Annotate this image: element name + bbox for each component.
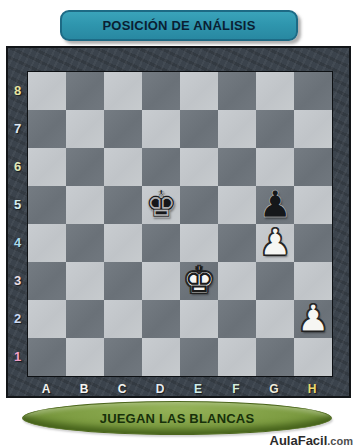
square-b6[interactable] (66, 148, 104, 186)
square-f6[interactable] (218, 148, 256, 186)
rank-label-2: 2 (9, 299, 26, 337)
square-d3[interactable] (142, 262, 180, 300)
rank-label-7: 7 (9, 109, 26, 147)
square-a8[interactable] (28, 72, 66, 110)
square-b7[interactable] (66, 110, 104, 148)
square-c1[interactable] (104, 338, 142, 376)
file-label-C: C (103, 379, 141, 398)
piece-white-pawn-g4[interactable]: ♟ (258, 224, 291, 262)
square-h3[interactable] (294, 262, 332, 300)
square-g4[interactable]: ♟ (256, 224, 294, 262)
analysis-banner: POSICIÓN DE ANÁLISIS (60, 10, 298, 41)
square-e5[interactable] (180, 186, 218, 224)
square-d2[interactable] (142, 300, 180, 338)
file-label-A: A (27, 379, 65, 398)
square-b5[interactable] (66, 186, 104, 224)
square-a5[interactable] (28, 186, 66, 224)
square-b1[interactable] (66, 338, 104, 376)
file-label-H: H (293, 379, 331, 398)
square-e7[interactable] (180, 110, 218, 148)
square-b4[interactable] (66, 224, 104, 262)
square-e1[interactable] (180, 338, 218, 376)
square-e8[interactable] (180, 72, 218, 110)
square-d4[interactable] (142, 224, 180, 262)
rank-label-8: 8 (9, 71, 26, 109)
watermark-main: AulaFacil (270, 433, 328, 447)
square-c2[interactable] (104, 300, 142, 338)
square-c4[interactable] (104, 224, 142, 262)
square-g5[interactable]: ♟ (256, 186, 294, 224)
square-g3[interactable] (256, 262, 294, 300)
square-e2[interactable] (180, 300, 218, 338)
piece-black-king-d5[interactable]: ♚ (144, 186, 177, 224)
square-a2[interactable] (28, 300, 66, 338)
square-a4[interactable] (28, 224, 66, 262)
square-f5[interactable] (218, 186, 256, 224)
square-f7[interactable] (218, 110, 256, 148)
square-d8[interactable] (142, 72, 180, 110)
piece-white-king-e3[interactable]: ♚ (182, 262, 215, 300)
square-d1[interactable] (142, 338, 180, 376)
square-d7[interactable] (142, 110, 180, 148)
rank-label-3: 3 (9, 261, 26, 299)
page: POSICIÓN DE ANÁLISIS ♚♟♟♚♟ 87654321 ABCD… (0, 0, 357, 447)
square-a1[interactable] (28, 338, 66, 376)
square-b3[interactable] (66, 262, 104, 300)
square-b8[interactable] (66, 72, 104, 110)
board-squares: ♚♟♟♚♟ (27, 71, 333, 377)
square-f8[interactable] (218, 72, 256, 110)
square-e3[interactable]: ♚ (180, 262, 218, 300)
rank-label-6: 6 (9, 147, 26, 185)
rank-label-1: 1 (9, 337, 26, 375)
square-e6[interactable] (180, 148, 218, 186)
square-g1[interactable] (256, 338, 294, 376)
square-e4[interactable] (180, 224, 218, 262)
rank-label-4: 4 (9, 223, 26, 261)
file-label-D: D (141, 379, 179, 398)
square-c7[interactable] (104, 110, 142, 148)
square-f3[interactable] (218, 262, 256, 300)
analysis-banner-label: POSICIÓN DE ANÁLISIS (102, 18, 255, 33)
square-d5[interactable]: ♚ (142, 186, 180, 224)
square-g6[interactable] (256, 148, 294, 186)
square-g8[interactable] (256, 72, 294, 110)
square-c6[interactable] (104, 148, 142, 186)
square-c5[interactable] (104, 186, 142, 224)
square-a3[interactable] (28, 262, 66, 300)
aulafacil-watermark: AulaFacil.com (270, 431, 353, 447)
square-h8[interactable] (294, 72, 332, 110)
file-label-B: B (65, 379, 103, 398)
file-label-G: G (255, 379, 293, 398)
square-h1[interactable] (294, 338, 332, 376)
square-f4[interactable] (218, 224, 256, 262)
square-h5[interactable] (294, 186, 332, 224)
turn-banner-label: JUEGAN LAS BLANCAS (100, 411, 255, 426)
square-c8[interactable] (104, 72, 142, 110)
square-d6[interactable] (142, 148, 180, 186)
square-f1[interactable] (218, 338, 256, 376)
square-g7[interactable] (256, 110, 294, 148)
square-c3[interactable] (104, 262, 142, 300)
square-a6[interactable] (28, 148, 66, 186)
file-label-E: E (179, 379, 217, 398)
square-g2[interactable] (256, 300, 294, 338)
square-h2[interactable]: ♟ (294, 300, 332, 338)
square-h4[interactable] (294, 224, 332, 262)
square-a7[interactable] (28, 110, 66, 148)
square-b2[interactable] (66, 300, 104, 338)
piece-black-pawn-g5[interactable]: ♟ (258, 186, 291, 224)
square-h6[interactable] (294, 148, 332, 186)
watermark-suffix: .com (327, 435, 353, 447)
square-h7[interactable] (294, 110, 332, 148)
turn-banner: JUEGAN LAS BLANCAS (22, 401, 332, 435)
rank-label-5: 5 (9, 185, 26, 223)
piece-white-pawn-h2[interactable]: ♟ (296, 300, 329, 338)
chess-board: ♚♟♟♚♟ 87654321 ABCDEFGH (6, 46, 351, 398)
square-f2[interactable] (218, 300, 256, 338)
file-label-F: F (217, 379, 255, 398)
